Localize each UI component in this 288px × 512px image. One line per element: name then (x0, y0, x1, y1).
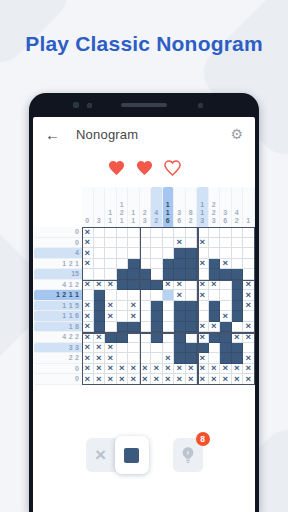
cell-r10c10[interactable] (186, 322, 198, 333)
cell-r4c11[interactable]: × (197, 259, 209, 270)
cell-r6c10[interactable] (186, 280, 198, 291)
app-title: Nonogram (76, 127, 138, 142)
cell-r15c12[interactable]: × (209, 374, 221, 385)
cell-r11c11[interactable]: × (197, 332, 209, 343)
cell-r2c4[interactable] (117, 238, 129, 249)
cell-r8c2[interactable] (94, 301, 106, 312)
column-clue-4: 121 (117, 187, 129, 227)
cell-r15c13[interactable]: × (220, 374, 232, 385)
page-title: Play Classic Nonogram (0, 32, 288, 56)
cell-r10c9[interactable] (174, 322, 186, 333)
cell-r6c12[interactable]: × (209, 280, 221, 291)
camera-dot-icon (73, 102, 79, 108)
cell-r10c13[interactable] (220, 322, 232, 333)
cell-r2c15[interactable] (243, 238, 255, 249)
cell-r10c5[interactable] (128, 322, 140, 333)
row-clue-3: 4 (34, 248, 82, 259)
app-bar: ← Nonogram ⚙ (33, 117, 255, 151)
row-clue-15: 0 (34, 374, 82, 385)
column-clue-14: 42 (232, 187, 244, 227)
cell-r1c5[interactable] (128, 227, 140, 238)
cell-r11c12[interactable] (209, 332, 221, 343)
cell-r3c2[interactable] (94, 248, 106, 259)
lives-hearts (33, 159, 255, 176)
cell-r1c14[interactable] (232, 227, 244, 238)
cell-r7c14[interactable] (232, 290, 244, 301)
cell-r9c10[interactable] (186, 311, 198, 322)
cell-r9c8[interactable] (163, 311, 175, 322)
cell-r2c12[interactable] (209, 238, 221, 249)
column-clue-5: 11 (128, 187, 140, 227)
cell-r1c7[interactable] (151, 227, 163, 238)
cell-r7c6[interactable] (140, 290, 152, 301)
column-clue-3: 11 (105, 187, 117, 227)
cell-r7c9[interactable]: × (174, 290, 186, 301)
hint-button[interactable]: 8 (173, 438, 203, 472)
cell-r9c6[interactable] (140, 311, 152, 322)
fill-tool-button[interactable] (115, 436, 149, 474)
cell-r15c10[interactable]: × (186, 374, 198, 385)
cell-r4c4[interactable] (117, 259, 129, 270)
cell-r8c15[interactable]: × (243, 301, 255, 312)
column-clue-6: 23 (140, 187, 152, 227)
cell-r15c11[interactable]: × (197, 374, 209, 385)
cell-r2c13[interactable] (220, 238, 232, 249)
cell-r1c4[interactable] (117, 227, 129, 238)
settings-gear-icon[interactable]: ⚙ (230, 127, 243, 141)
cell-r3c6[interactable] (140, 248, 152, 259)
cell-r1c2[interactable] (94, 227, 106, 238)
back-arrow-icon[interactable]: ← (45, 127, 60, 142)
cell-r4c8[interactable] (163, 259, 175, 270)
cell-r8c6[interactable] (140, 301, 152, 312)
cell-r11c14[interactable]: × (232, 332, 244, 343)
cell-r15c1[interactable]: × (82, 374, 94, 385)
cell-r5c6[interactable] (140, 269, 152, 280)
cell-r6c13[interactable] (220, 280, 232, 291)
column-clue-15: 1 (243, 187, 255, 227)
cell-r7c7[interactable] (151, 290, 163, 301)
cell-r5c5[interactable] (128, 269, 140, 280)
row-clue-4: 121 (34, 259, 82, 270)
cell-r4c1[interactable]: × (82, 259, 94, 270)
sensor-dot-icon (198, 103, 203, 108)
cell-r8c12[interactable] (209, 301, 221, 312)
cell-r4c10[interactable] (186, 259, 198, 270)
cell-r11c8[interactable] (163, 332, 175, 343)
cell-r4c6[interactable] (140, 259, 152, 270)
cell-r3c9[interactable] (174, 248, 186, 259)
cell-r10c7[interactable] (151, 322, 163, 333)
row-clue-13: 22 (34, 353, 82, 364)
cell-r10c6[interactable] (140, 322, 152, 333)
row-clue-14: 0 (34, 364, 82, 375)
cell-r7c4[interactable] (117, 290, 129, 301)
cell-r1c13[interactable] (220, 227, 232, 238)
column-clue-11: 113 (197, 187, 209, 227)
row-clue-7: 1211 (34, 290, 82, 301)
cell-r2c8[interactable] (163, 238, 175, 249)
cell-r1c3[interactable] (105, 227, 117, 238)
row-clue-5: 15 (34, 269, 82, 280)
cell-r10c4[interactable] (117, 322, 129, 333)
hint-count-badge: 8 (196, 432, 210, 446)
phone-bezel (29, 93, 259, 117)
cell-r1c15[interactable] (243, 227, 255, 238)
cell-r15c7[interactable]: × (151, 374, 163, 385)
cell-r12c7[interactable] (151, 343, 163, 354)
cell-r12c12[interactable] (209, 343, 221, 354)
column-clue-8: 116 (163, 187, 175, 227)
cell-r5c4[interactable] (117, 269, 129, 280)
cell-r7c8[interactable] (163, 290, 175, 301)
cell-r15c6[interactable]: × (140, 374, 152, 385)
cell-r1c12[interactable] (209, 227, 221, 238)
cell-r8c8[interactable] (163, 301, 175, 312)
cell-r12c14[interactable] (232, 343, 244, 354)
cell-r2c9[interactable]: × (174, 238, 186, 249)
mark-x-tool-button[interactable]: × (86, 438, 116, 472)
cell-r5c13[interactable] (220, 269, 232, 280)
cell-r7c12[interactable] (209, 290, 221, 301)
cell-r10c3[interactable] (105, 322, 117, 333)
cell-r11c6[interactable] (140, 332, 152, 343)
heart-outline-icon (163, 159, 182, 176)
cell-r11c15[interactable]: × (243, 332, 255, 343)
cell-r2c10[interactable] (186, 238, 198, 249)
cell-r6c6[interactable] (140, 280, 152, 291)
cell-r5c14[interactable] (232, 269, 244, 280)
cell-r5c7[interactable] (151, 269, 163, 280)
cell-r6c1[interactable]: × (82, 280, 94, 291)
column-clue-9: 36 (174, 187, 186, 227)
heart-filled-icon (135, 159, 154, 176)
cell-r3c7[interactable] (151, 248, 163, 259)
cell-r5c10[interactable] (186, 269, 198, 280)
column-clue-2: 3 (94, 187, 106, 227)
cell-r6c14[interactable] (232, 280, 244, 291)
heart-filled-icon (107, 159, 126, 176)
cell-r4c12[interactable] (209, 259, 221, 270)
phone-screen: ← Nonogram ⚙ 031112111234211636821132233… (33, 117, 255, 512)
cell-r15c4[interactable]: × (117, 374, 129, 385)
cell-r7c11[interactable]: × (197, 290, 209, 301)
cell-r3c3[interactable] (105, 248, 117, 259)
cell-r15c8[interactable]: × (163, 374, 175, 385)
cell-r11c4[interactable] (117, 332, 129, 343)
cell-r4c9[interactable] (174, 259, 186, 270)
cell-r12c9[interactable] (174, 343, 186, 354)
cell-r9c9[interactable] (174, 311, 186, 322)
cell-r6c8[interactable]: × (163, 280, 175, 291)
cell-r2c3[interactable] (105, 238, 117, 249)
cell-r8c4[interactable] (117, 301, 129, 312)
column-clue-7: 42 (151, 187, 163, 227)
cell-r9c7[interactable] (151, 311, 163, 322)
column-clue-13: 36 (220, 187, 232, 227)
cell-r7c10[interactable] (186, 290, 198, 301)
tool-toolbar: × 8 (33, 436, 255, 474)
cell-r6c3[interactable]: × (105, 280, 117, 291)
cell-r15c3[interactable]: × (105, 374, 117, 385)
cell-r3c15[interactable] (243, 248, 255, 259)
cell-r12c10[interactable] (186, 343, 198, 354)
cell-r3c5[interactable] (128, 248, 140, 259)
cell-r3c8[interactable] (163, 248, 175, 259)
cell-r3c12[interactable] (209, 248, 221, 259)
cell-r11c13[interactable] (220, 332, 232, 343)
cell-r15c5[interactable]: × (128, 374, 140, 385)
cell-r9c3[interactable]: × (105, 311, 117, 322)
cell-r10c8[interactable] (163, 322, 175, 333)
cell-r2c14[interactable] (232, 238, 244, 249)
column-clue-1: 0 (82, 187, 94, 227)
cell-r2c11[interactable]: × (197, 238, 209, 249)
row-clue-1: 0 (34, 227, 82, 238)
cell-r11c5[interactable] (128, 332, 140, 343)
phone-mockup: ← Nonogram ⚙ 031112111234211636821132233… (29, 93, 259, 512)
cell-r8c7[interactable] (151, 301, 163, 312)
cell-r4c15[interactable] (243, 259, 255, 270)
cell-r2c2[interactable] (94, 238, 106, 249)
cell-r8c9[interactable] (174, 301, 186, 312)
cell-r15c15[interactable]: × (243, 374, 255, 385)
cell-r6c4[interactable] (117, 280, 129, 291)
cell-r11c7[interactable] (151, 332, 163, 343)
cell-r9c4[interactable] (117, 311, 129, 322)
cell-r12c5[interactable] (128, 343, 140, 354)
row-clue-2: 0 (34, 238, 82, 249)
lightbulb-icon (180, 446, 196, 464)
cell-r6c7[interactable] (151, 280, 163, 291)
cell-r15c2[interactable]: × (94, 374, 106, 385)
row-clue-6: 412 (34, 280, 82, 291)
cell-r2c6[interactable] (140, 238, 152, 249)
cell-r7c13[interactable] (220, 290, 232, 301)
cell-r3c14[interactable] (232, 248, 244, 259)
fill-square-icon (124, 448, 139, 463)
cell-r8c10[interactable] (186, 301, 198, 312)
speaker-slot (121, 103, 167, 107)
cell-r4c7[interactable] (151, 259, 163, 270)
camera-dot-icon (87, 103, 92, 108)
cell-r4c14[interactable] (232, 259, 244, 270)
cell-r15c14[interactable]: × (232, 374, 244, 385)
cell-r1c10[interactable] (186, 227, 198, 238)
cell-r1c8[interactable] (163, 227, 175, 238)
cell-r2c5[interactable] (128, 238, 140, 249)
column-clue-10: 82 (186, 187, 198, 227)
cell-r4c13[interactable]: × (220, 259, 232, 270)
column-clue-12: 223 (209, 187, 221, 227)
cell-r8c14[interactable] (232, 301, 244, 312)
cell-r9c14[interactable] (232, 311, 244, 322)
cell-r11c10[interactable] (186, 332, 198, 343)
nonogram-board[interactable]: 03111211123421163682113223364210×0×××4×1… (34, 187, 255, 385)
cell-r10c12[interactable]: × (209, 322, 221, 333)
cell-r4c3[interactable] (105, 259, 117, 270)
cell-r9c5[interactable]: × (128, 311, 140, 322)
cell-r9c13[interactable]: × (220, 311, 232, 322)
cell-r12c13[interactable] (220, 343, 232, 354)
cell-r7c2[interactable] (94, 290, 106, 301)
cell-r2c7[interactable] (151, 238, 163, 249)
cell-r12c6[interactable] (140, 343, 152, 354)
row-clue-12: 33 (34, 343, 82, 354)
cell-r4c2[interactable] (94, 259, 106, 270)
cell-r6c5[interactable] (128, 280, 140, 291)
cell-r3c4[interactable] (117, 248, 129, 259)
row-clue-11: 422 (34, 332, 82, 343)
cell-r11c9[interactable] (174, 332, 186, 343)
cell-r12c4[interactable] (117, 343, 129, 354)
cell-r6c2[interactable]: × (94, 280, 106, 291)
cell-r3c10[interactable] (186, 248, 198, 259)
cell-r8c11[interactable] (197, 301, 209, 312)
cell-r9c2[interactable] (94, 311, 106, 322)
row-clue-8: 115 (34, 301, 82, 312)
cell-r1c6[interactable] (140, 227, 152, 238)
row-clue-9: 116 (34, 311, 82, 322)
cell-r15c9[interactable]: × (174, 374, 186, 385)
clue-corner (34, 187, 82, 227)
row-clue-10: 18 (34, 322, 82, 333)
cell-r4c5[interactable] (128, 259, 140, 270)
